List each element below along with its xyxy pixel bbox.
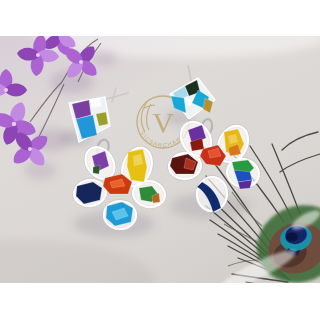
flower-center [12,122,16,126]
letterbox-bottom [0,283,320,320]
hydrangea-blossom [0,69,27,96]
flower-center [36,53,40,57]
letterbox-top [0,0,320,36]
earring-right [168,66,262,212]
feather-eye-core-dark [286,232,298,241]
photo-scene: V VICSARCHAND [0,36,320,283]
flower-center [79,60,83,64]
photo-card: V VICSARCHAND [0,0,320,320]
stud-pin-left [103,93,128,100]
bottom-left-shade [0,239,155,283]
flower-center [4,88,8,92]
petal-chunk-yellow [127,149,147,182]
stud-clutch-left [112,88,116,102]
watermark-monogram: V [152,106,174,139]
photo-area: V VICSARCHAND [0,36,320,283]
stud-pin-right [188,66,191,80]
flower-center [28,147,32,151]
